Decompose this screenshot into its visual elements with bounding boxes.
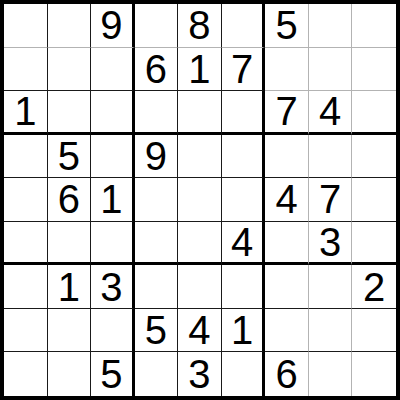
cell-r6c3[interactable]: [91, 222, 135, 266]
cell-r9c1[interactable]: [4, 352, 48, 396]
cell-r2c9[interactable]: [352, 48, 396, 92]
cell-r2c5[interactable]: 1: [178, 48, 222, 92]
cell-r2c1[interactable]: [4, 48, 48, 92]
cell-r4c2[interactable]: 5: [48, 135, 92, 179]
cell-r6c2[interactable]: [48, 222, 92, 266]
cell-r9c2[interactable]: [48, 352, 92, 396]
cell-r5c6[interactable]: [222, 178, 266, 222]
cell-r4c6[interactable]: [222, 135, 266, 179]
cell-r8c1[interactable]: [4, 309, 48, 353]
cell-r4c5[interactable]: [178, 135, 222, 179]
cell-r5c2[interactable]: 6: [48, 178, 92, 222]
cell-r7c8[interactable]: [309, 265, 353, 309]
cell-r3c6[interactable]: [222, 91, 266, 135]
cell-r1c5[interactable]: 8: [178, 4, 222, 48]
cell-r7c4[interactable]: [135, 265, 179, 309]
cell-r5c7[interactable]: 4: [265, 178, 309, 222]
cell-r6c9[interactable]: [352, 222, 396, 266]
cell-r5c1[interactable]: [4, 178, 48, 222]
cell-r4c7[interactable]: [265, 135, 309, 179]
cell-r3c5[interactable]: [178, 91, 222, 135]
cell-r4c8[interactable]: [309, 135, 353, 179]
cell-r1c2[interactable]: [48, 4, 92, 48]
cell-r3c7[interactable]: 7: [265, 91, 309, 135]
cell-r4c9[interactable]: [352, 135, 396, 179]
sudoku-board: 98561717459614743132541536: [0, 0, 400, 400]
cell-r1c7[interactable]: 5: [265, 4, 309, 48]
cell-r7c6[interactable]: [222, 265, 266, 309]
cell-r1c6[interactable]: [222, 4, 266, 48]
cell-r7c5[interactable]: [178, 265, 222, 309]
cell-r2c6[interactable]: 7: [222, 48, 266, 92]
cell-r1c8[interactable]: [309, 4, 353, 48]
cell-r5c5[interactable]: [178, 178, 222, 222]
cell-r3c9[interactable]: [352, 91, 396, 135]
cell-r5c3[interactable]: 1: [91, 178, 135, 222]
cell-r5c4[interactable]: [135, 178, 179, 222]
cell-r9c9[interactable]: [352, 352, 396, 396]
cell-r8c9[interactable]: [352, 309, 396, 353]
cell-r2c3[interactable]: [91, 48, 135, 92]
cell-r9c7[interactable]: 6: [265, 352, 309, 396]
cell-r2c2[interactable]: [48, 48, 92, 92]
cell-r9c4[interactable]: [135, 352, 179, 396]
cell-r8c3[interactable]: [91, 309, 135, 353]
cell-r7c9[interactable]: 2: [352, 265, 396, 309]
cell-r9c6[interactable]: [222, 352, 266, 396]
cell-r4c3[interactable]: [91, 135, 135, 179]
cell-r7c2[interactable]: 1: [48, 265, 92, 309]
cell-r6c7[interactable]: [265, 222, 309, 266]
cell-r1c4[interactable]: [135, 4, 179, 48]
cell-r2c7[interactable]: [265, 48, 309, 92]
cell-r1c1[interactable]: [4, 4, 48, 48]
cell-r4c4[interactable]: 9: [135, 135, 179, 179]
cell-r3c1[interactable]: 1: [4, 91, 48, 135]
cell-r7c1[interactable]: [4, 265, 48, 309]
cell-r7c7[interactable]: [265, 265, 309, 309]
cell-r8c4[interactable]: 5: [135, 309, 179, 353]
cell-r2c4[interactable]: 6: [135, 48, 179, 92]
cell-r1c3[interactable]: 9: [91, 4, 135, 48]
cell-r8c8[interactable]: [309, 309, 353, 353]
cell-r6c6[interactable]: 4: [222, 222, 266, 266]
cell-r6c1[interactable]: [4, 222, 48, 266]
cell-r5c9[interactable]: [352, 178, 396, 222]
cell-r5c8[interactable]: 7: [309, 178, 353, 222]
cell-r3c8[interactable]: 4: [309, 91, 353, 135]
cell-r2c8[interactable]: [309, 48, 353, 92]
cell-r1c9[interactable]: [352, 4, 396, 48]
cell-r8c2[interactable]: [48, 309, 92, 353]
cell-r6c4[interactable]: [135, 222, 179, 266]
cell-r7c3[interactable]: 3: [91, 265, 135, 309]
cell-r4c1[interactable]: [4, 135, 48, 179]
cell-r8c7[interactable]: [265, 309, 309, 353]
cell-r9c5[interactable]: 3: [178, 352, 222, 396]
cell-r8c5[interactable]: 4: [178, 309, 222, 353]
cell-r3c2[interactable]: [48, 91, 92, 135]
cell-r6c5[interactable]: [178, 222, 222, 266]
cell-r6c8[interactable]: 3: [309, 222, 353, 266]
cell-r9c3[interactable]: 5: [91, 352, 135, 396]
cell-r3c4[interactable]: [135, 91, 179, 135]
cell-r8c6[interactable]: 1: [222, 309, 266, 353]
cell-r9c8[interactable]: [309, 352, 353, 396]
cell-r3c3[interactable]: [91, 91, 135, 135]
